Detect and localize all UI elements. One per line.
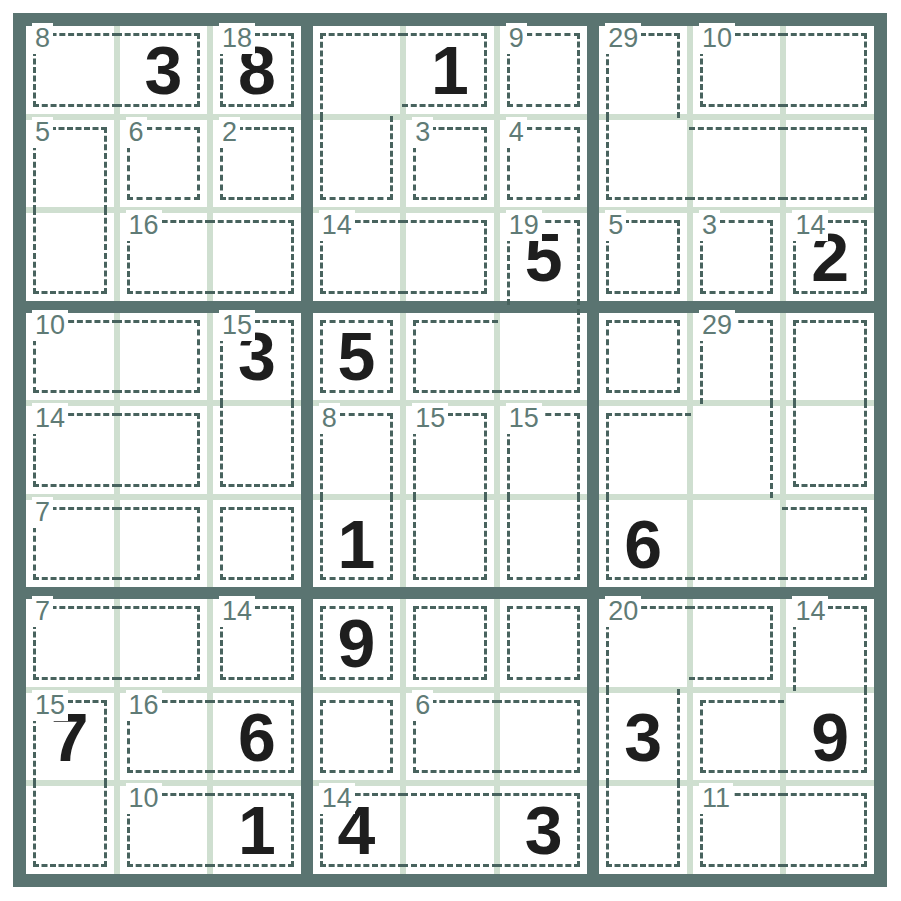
cage-outline [116, 507, 201, 581]
cage-outline [402, 220, 487, 294]
cell-r6c3[interactable] [213, 500, 301, 588]
cell-r7c2[interactable] [120, 599, 208, 687]
cell-r5c4[interactable]: 8 [313, 406, 401, 494]
cell-r3c7[interactable]: 5 [599, 213, 687, 301]
cell-r4c6[interactable] [500, 313, 588, 401]
cage-sum: 29 [605, 23, 641, 54]
cage-outline [320, 116, 394, 201]
cage-outline [496, 309, 581, 394]
cell-r5c8[interactable] [693, 406, 781, 494]
cage-outline [496, 700, 581, 774]
cage-sum: 14 [219, 596, 255, 627]
box-4: 10315147 [26, 313, 301, 588]
box-3: 291053214 [599, 26, 874, 301]
cage-sum: 7 [32, 596, 53, 627]
cage-sum: 20 [605, 596, 641, 627]
cell-r4c7[interactable] [599, 313, 687, 401]
box-7: 714715166101 [26, 599, 301, 874]
cell-r7c7[interactable]: 20 [599, 599, 687, 687]
cell-r3c6[interactable]: 519 [500, 213, 588, 301]
cell-r2c9[interactable] [786, 120, 874, 208]
solved-digit: 5 [313, 313, 401, 401]
cage-sum: 5 [605, 210, 626, 241]
cell-r1c9[interactable] [786, 26, 874, 114]
cell-r8c1[interactable]: 715 [26, 693, 114, 781]
cell-r3c8[interactable]: 3 [693, 213, 781, 301]
sudoku-board: 8381856216193414519291053214103151475815… [13, 13, 887, 887]
cage-outline [606, 320, 680, 394]
cage-outline [507, 606, 581, 680]
cage-outline [606, 413, 691, 498]
cell-r7c8[interactable] [693, 599, 781, 687]
cage-outline [402, 793, 498, 867]
cage-sum: 14 [319, 783, 355, 814]
cage-sum: 3 [412, 117, 433, 148]
box-8: 964143 [313, 599, 588, 874]
cage-outline [606, 116, 691, 201]
cell-r3c1[interactable] [26, 213, 114, 301]
solved-digit: 1 [406, 26, 494, 114]
cage-outline [689, 606, 774, 680]
cell-r8c3[interactable]: 6 [213, 693, 301, 781]
cage-outline [606, 782, 680, 867]
cage-sum: 10 [126, 783, 162, 814]
cell-r9c4[interactable]: 414 [313, 786, 401, 874]
cell-r4c8[interactable]: 29 [693, 313, 781, 401]
cage-sum: 15 [32, 690, 68, 721]
cage-sum: 3 [699, 210, 720, 241]
cage-outline [689, 402, 774, 498]
cage-sum: 2 [219, 117, 240, 148]
solved-digit: 1 [313, 500, 401, 588]
cage-outline [413, 320, 498, 394]
cell-r9c8[interactable]: 11 [693, 786, 781, 874]
cell-r3c4[interactable]: 14 [313, 213, 401, 301]
cage-sum: 15 [219, 310, 255, 341]
cell-r5c9[interactable] [786, 406, 874, 494]
cell-r5c6[interactable]: 15 [500, 406, 588, 494]
cell-r7c5[interactable] [406, 599, 494, 687]
cage-outline [116, 413, 201, 487]
cell-r9c7[interactable] [599, 786, 687, 874]
cell-r4c1[interactable]: 10 [26, 313, 114, 401]
cell-r7c1[interactable]: 7 [26, 599, 114, 687]
cage-outline [782, 33, 867, 107]
cell-r8c2[interactable]: 16 [120, 693, 208, 781]
solved-digit: 9 [313, 599, 401, 687]
cell-r3c9[interactable]: 214 [786, 213, 874, 301]
cage-sum: 14 [319, 210, 355, 241]
cell-r2c6[interactable]: 4 [500, 120, 588, 208]
cage-sum: 11 [699, 783, 733, 814]
cage-outline [33, 209, 107, 294]
cage-sum: 7 [32, 497, 53, 528]
cell-r9c9[interactable] [786, 786, 874, 874]
cell-r6c4[interactable]: 1 [313, 500, 401, 588]
cage-outline [793, 320, 867, 405]
cell-r8c9[interactable]: 9 [786, 693, 874, 781]
cell-r5c3[interactable] [213, 406, 301, 494]
box-6: 296 [599, 313, 874, 588]
cell-r9c5[interactable] [406, 786, 494, 874]
cage-outline [116, 320, 201, 394]
cell-r1c4[interactable] [313, 26, 401, 114]
cage-sum: 18 [219, 23, 255, 54]
cage-sum: 19 [506, 210, 542, 241]
cell-r7c3[interactable]: 14 [213, 599, 301, 687]
cage-outline [793, 402, 867, 487]
cell-r5c5[interactable]: 15 [406, 406, 494, 494]
solved-digit: 3 [599, 693, 687, 781]
cage-sum: 16 [126, 210, 162, 241]
cage-outline [320, 700, 394, 774]
cell-r5c2[interactable] [120, 406, 208, 494]
cell-r9c3[interactable]: 1 [213, 786, 301, 874]
cage-sum: 15 [506, 403, 542, 434]
cage-sum: 9 [506, 23, 527, 54]
cage-sum: 29 [699, 310, 735, 341]
cell-r6c9[interactable] [786, 500, 874, 588]
cage-sum: 6 [126, 117, 147, 148]
cell-r6c5[interactable] [406, 500, 494, 588]
solved-digit: 9 [786, 693, 874, 781]
cage-sum: 5 [32, 117, 53, 148]
cage-sum: 8 [32, 23, 53, 54]
solved-digit: 3 [500, 786, 588, 874]
cage-outline [782, 127, 867, 201]
cell-r5c1[interactable]: 14 [26, 406, 114, 494]
cell-r3c3[interactable] [213, 213, 301, 301]
cage-sum: 14 [32, 403, 68, 434]
cage-outline [782, 793, 867, 867]
cell-r1c3[interactable]: 818 [213, 26, 301, 114]
cage-sum: 10 [32, 310, 68, 341]
solved-digit: 3 [120, 26, 208, 114]
cell-r8c6[interactable] [500, 693, 588, 781]
cell-r1c6[interactable]: 9 [500, 26, 588, 114]
cell-r8c8[interactable] [693, 693, 781, 781]
cell-r6c2[interactable] [120, 500, 208, 588]
solved-digit: 6 [599, 500, 687, 588]
cell-r6c1[interactable]: 7 [26, 500, 114, 588]
cage-outline [209, 220, 294, 294]
cage-outline [33, 782, 107, 867]
cage-sum: 10 [699, 23, 735, 54]
cell-r2c3[interactable]: 2 [213, 120, 301, 208]
cage-outline [700, 700, 785, 774]
cage-outline [220, 402, 294, 487]
cell-r1c8[interactable]: 10 [693, 26, 781, 114]
box-1: 8381856216 [26, 26, 301, 301]
box-5: 5815151 [313, 313, 588, 588]
cell-r2c1[interactable]: 5 [26, 120, 114, 208]
cell-r7c9[interactable]: 14 [786, 599, 874, 687]
cell-r2c8[interactable] [693, 120, 781, 208]
solved-digit: 1 [213, 786, 301, 874]
cell-r1c1[interactable]: 8 [26, 26, 114, 114]
cage-outline [689, 496, 785, 581]
cell-r2c2[interactable]: 6 [120, 120, 208, 208]
cage-outline [782, 507, 867, 581]
cell-r6c8[interactable] [693, 500, 781, 588]
cage-outline [689, 127, 785, 201]
cage-sum: 6 [412, 690, 433, 721]
cage-sum: 15 [412, 403, 448, 434]
cell-r7c6[interactable] [500, 599, 588, 687]
box-2: 193414519 [313, 26, 588, 301]
cell-r3c2[interactable]: 16 [120, 213, 208, 301]
cell-r9c2[interactable]: 10 [120, 786, 208, 874]
cage-sum: 4 [506, 117, 527, 148]
cell-r4c9[interactable] [786, 313, 874, 401]
cage-outline [116, 606, 201, 680]
solved-digit: 6 [213, 693, 301, 781]
cage-sum: 14 [792, 596, 828, 627]
cell-r8c4[interactable] [313, 693, 401, 781]
cell-r6c6[interactable] [500, 500, 588, 588]
cage-outline [507, 496, 581, 581]
cell-r4c4[interactable]: 5 [313, 313, 401, 401]
cage-sum: 8 [319, 403, 340, 434]
cage-outline [413, 606, 487, 680]
cell-r2c7[interactable] [599, 120, 687, 208]
cell-r2c4[interactable] [313, 120, 401, 208]
cell-r5c7[interactable] [599, 406, 687, 494]
cell-r7c4[interactable]: 9 [313, 599, 401, 687]
cage-sum: 16 [126, 690, 162, 721]
cell-r1c7[interactable]: 29 [599, 26, 687, 114]
cell-r6c7[interactable]: 6 [599, 500, 687, 588]
cell-r3c5[interactable] [406, 213, 494, 301]
cage-sum: 14 [792, 210, 828, 241]
cage-outline [220, 507, 294, 581]
cell-r1c2[interactable]: 3 [120, 26, 208, 114]
box-9: 20143911 [599, 599, 874, 874]
cell-r4c2[interactable] [120, 313, 208, 401]
cell-r2c5[interactable]: 3 [406, 120, 494, 208]
cage-outline [413, 496, 487, 581]
cell-r8c5[interactable]: 6 [406, 693, 494, 781]
cell-r9c1[interactable] [26, 786, 114, 874]
cell-r9c6[interactable]: 3 [500, 786, 588, 874]
cell-r4c3[interactable]: 315 [213, 313, 301, 401]
cage-outline [320, 33, 405, 118]
cell-r4c5[interactable] [406, 313, 494, 401]
cell-r8c7[interactable]: 3 [599, 693, 687, 781]
cell-r1c5[interactable]: 1 [406, 26, 494, 114]
